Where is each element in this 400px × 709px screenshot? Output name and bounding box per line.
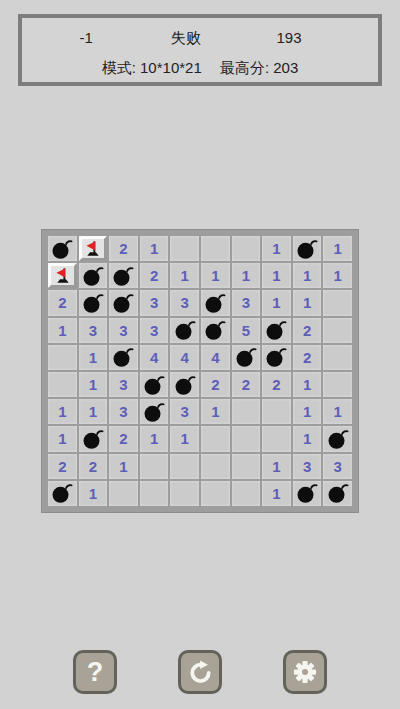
cell-r10c4[interactable] bbox=[140, 481, 169, 506]
cell-number: 4 bbox=[150, 350, 158, 365]
cell-r3c1[interactable]: 2 bbox=[48, 290, 77, 315]
cell-r7c6[interactable]: 1 bbox=[201, 399, 230, 424]
cell-r4c2[interactable]: 3 bbox=[79, 318, 108, 343]
cell-r6c4[interactable] bbox=[140, 372, 169, 397]
cell-number: 1 bbox=[334, 404, 342, 419]
cell-r4c6[interactable] bbox=[201, 318, 230, 343]
cell-r10c5[interactable] bbox=[170, 481, 199, 506]
cell-r7c1[interactable]: 1 bbox=[48, 399, 77, 424]
cell-r9c2[interactable]: 2 bbox=[79, 454, 108, 479]
cell-r7c4[interactable] bbox=[140, 399, 169, 424]
cell-r3c6[interactable] bbox=[201, 290, 230, 315]
cell-number: 1 bbox=[181, 431, 189, 446]
help-button[interactable]: ? bbox=[73, 650, 117, 694]
cell-r8c7[interactable] bbox=[232, 426, 261, 451]
cell-r5c7[interactable] bbox=[232, 345, 261, 370]
cell-number: 1 bbox=[89, 486, 97, 501]
cell-r10c7[interactable] bbox=[232, 481, 261, 506]
cell-number: 2 bbox=[272, 377, 280, 392]
cell-r3c5[interactable]: 3 bbox=[170, 290, 199, 315]
cell-r2c8[interactable]: 1 bbox=[262, 263, 291, 288]
mode-line: 模式: 10*10*21 最高分: 203 bbox=[22, 59, 378, 78]
flag-icon bbox=[53, 266, 72, 285]
cell-r3c3[interactable] bbox=[109, 290, 138, 315]
points-value: 193 bbox=[276, 29, 301, 46]
cell-r5c10[interactable] bbox=[323, 345, 352, 370]
restart-button[interactable] bbox=[178, 650, 222, 694]
cell-r1c9[interactable] bbox=[293, 236, 322, 261]
cell-r1c8[interactable]: 1 bbox=[262, 236, 291, 261]
cell-r2c5[interactable]: 1 bbox=[170, 263, 199, 288]
cell-number: 1 bbox=[58, 431, 66, 446]
cell-number: 1 bbox=[334, 241, 342, 256]
cell-r8c4[interactable]: 1 bbox=[140, 426, 169, 451]
cell-number: 2 bbox=[303, 323, 311, 338]
cell-r6c5[interactable] bbox=[170, 372, 199, 397]
cell-number: 1 bbox=[211, 404, 219, 419]
cell-r1c4[interactable]: 1 bbox=[140, 236, 169, 261]
cell-r8c6[interactable] bbox=[201, 426, 230, 451]
cell-r9c6[interactable] bbox=[201, 454, 230, 479]
cell-r2c2[interactable] bbox=[79, 263, 108, 288]
cell-r7c9[interactable]: 1 bbox=[293, 399, 322, 424]
bomb-icon bbox=[111, 264, 135, 288]
cell-number: 1 bbox=[242, 268, 250, 283]
board-grid: 2111211111123331113335214442132221113311… bbox=[42, 230, 358, 512]
cell-number: 1 bbox=[303, 431, 311, 446]
cell-r5c6[interactable]: 4 bbox=[201, 345, 230, 370]
cell-number: 1 bbox=[272, 295, 280, 310]
cell-number: 1 bbox=[272, 268, 280, 283]
cell-number: 1 bbox=[303, 268, 311, 283]
gear-icon bbox=[291, 658, 319, 686]
bomb-icon bbox=[50, 481, 74, 505]
cell-number: 2 bbox=[150, 268, 158, 283]
cell-r5c9[interactable]: 2 bbox=[293, 345, 322, 370]
cell-number: 2 bbox=[58, 459, 66, 474]
cell-r7c8[interactable] bbox=[262, 399, 291, 424]
cell-number: 5 bbox=[242, 323, 250, 338]
cell-r2c6[interactable]: 1 bbox=[201, 263, 230, 288]
bomb-icon bbox=[111, 291, 135, 315]
cell-r5c1[interactable] bbox=[48, 345, 77, 370]
cell-r5c5[interactable]: 4 bbox=[170, 345, 199, 370]
cell-r7c3[interactable]: 3 bbox=[109, 399, 138, 424]
cell-number: 1 bbox=[58, 323, 66, 338]
cell-r9c8[interactable]: 1 bbox=[262, 454, 291, 479]
bomb-icon bbox=[50, 237, 74, 261]
cell-number: 2 bbox=[303, 350, 311, 365]
cell-number: 3 bbox=[89, 323, 97, 338]
cell-r5c2[interactable]: 1 bbox=[79, 345, 108, 370]
cell-number: 2 bbox=[58, 295, 66, 310]
cell-number: 1 bbox=[89, 350, 97, 365]
cell-r2c10[interactable]: 1 bbox=[323, 263, 352, 288]
cell-r9c5[interactable] bbox=[170, 454, 199, 479]
score-value: -1 bbox=[79, 29, 92, 46]
cell-number: 2 bbox=[242, 377, 250, 392]
cell-r6c10[interactable] bbox=[323, 372, 352, 397]
cell-r4c8[interactable] bbox=[262, 318, 291, 343]
cell-r7c10[interactable]: 1 bbox=[323, 399, 352, 424]
question-icon: ? bbox=[87, 659, 104, 686]
cell-number: 1 bbox=[119, 459, 127, 474]
cell-number: 1 bbox=[272, 459, 280, 474]
cell-r9c7[interactable] bbox=[232, 454, 261, 479]
cell-r1c10[interactable]: 1 bbox=[323, 236, 352, 261]
cell-number: 3 bbox=[303, 459, 311, 474]
cell-number: 2 bbox=[89, 459, 97, 474]
settings-button[interactable] bbox=[283, 650, 327, 694]
cell-r8c1[interactable]: 1 bbox=[48, 426, 77, 451]
cell-r10c8[interactable]: 1 bbox=[262, 481, 291, 506]
cell-r2c4[interactable]: 2 bbox=[140, 263, 169, 288]
cell-r8c9[interactable]: 1 bbox=[293, 426, 322, 451]
bomb-icon bbox=[264, 345, 288, 369]
cell-r10c10[interactable] bbox=[323, 481, 352, 506]
cell-number: 4 bbox=[181, 350, 189, 365]
bomb-icon bbox=[81, 427, 105, 451]
bomb-icon bbox=[326, 481, 350, 505]
cell-r4c4[interactable]: 3 bbox=[140, 318, 169, 343]
cell-r1c5[interactable] bbox=[170, 236, 199, 261]
bomb-icon bbox=[81, 264, 105, 288]
cell-r8c8[interactable] bbox=[262, 426, 291, 451]
cell-r9c10[interactable]: 3 bbox=[323, 454, 352, 479]
cell-number: 2 bbox=[211, 377, 219, 392]
cell-r10c9[interactable] bbox=[293, 481, 322, 506]
cell-number: 1 bbox=[303, 377, 311, 392]
cell-number: 3 bbox=[119, 323, 127, 338]
cell-r9c4[interactable] bbox=[140, 454, 169, 479]
cell-r3c2[interactable] bbox=[79, 290, 108, 315]
cell-r1c1[interactable] bbox=[48, 236, 77, 261]
cell-r10c6[interactable] bbox=[201, 481, 230, 506]
cell-r4c7[interactable]: 5 bbox=[232, 318, 261, 343]
cell-number: 3 bbox=[181, 295, 189, 310]
cell-r8c5[interactable]: 1 bbox=[170, 426, 199, 451]
cell-number: 1 bbox=[303, 295, 311, 310]
bomb-icon bbox=[173, 318, 197, 342]
cell-r10c2[interactable]: 1 bbox=[79, 481, 108, 506]
cell-number: 3 bbox=[334, 459, 342, 474]
cell-r3c8[interactable]: 1 bbox=[262, 290, 291, 315]
cell-r2c3[interactable] bbox=[109, 263, 138, 288]
cell-r6c7[interactable]: 2 bbox=[232, 372, 261, 397]
cell-r9c1[interactable]: 2 bbox=[48, 454, 77, 479]
bomb-icon bbox=[234, 345, 258, 369]
cell-number: 3 bbox=[119, 377, 127, 392]
best-score-label: 最高分: 203 bbox=[220, 59, 298, 76]
cell-r4c3[interactable]: 3 bbox=[109, 318, 138, 343]
bomb-icon bbox=[173, 373, 197, 397]
cell-r6c3[interactable]: 3 bbox=[109, 372, 138, 397]
bomb-icon bbox=[203, 291, 227, 315]
cell-number: 2 bbox=[119, 241, 127, 256]
bomb-icon bbox=[142, 400, 166, 424]
cell-r7c2[interactable]: 1 bbox=[79, 399, 108, 424]
cell-number: 1 bbox=[211, 268, 219, 283]
cell-number: 1 bbox=[58, 404, 66, 419]
cell-number: 3 bbox=[119, 404, 127, 419]
cell-r8c2[interactable] bbox=[79, 426, 108, 451]
cell-r4c5[interactable] bbox=[170, 318, 199, 343]
mode-label: 模式: 10*10*21 bbox=[102, 59, 202, 76]
cell-r4c10[interactable] bbox=[323, 318, 352, 343]
cell-number: 3 bbox=[242, 295, 250, 310]
bomb-icon bbox=[295, 481, 319, 505]
cell-r4c1[interactable]: 1 bbox=[48, 318, 77, 343]
cell-r1c3[interactable]: 2 bbox=[109, 236, 138, 261]
cell-r2c7[interactable]: 1 bbox=[232, 263, 261, 288]
cell-r8c10[interactable] bbox=[323, 426, 352, 451]
cell-r7c7[interactable] bbox=[232, 399, 261, 424]
bomb-icon bbox=[326, 427, 350, 451]
cell-number: 1 bbox=[89, 404, 97, 419]
cell-r5c3[interactable] bbox=[109, 345, 138, 370]
score-panel: -1 失败 193 模式: 10*10*21 最高分: 203 bbox=[18, 14, 382, 86]
cell-r9c9[interactable]: 3 bbox=[293, 454, 322, 479]
cell-r10c1[interactable] bbox=[48, 481, 77, 506]
cell-r1c6[interactable] bbox=[201, 236, 230, 261]
cell-number: 1 bbox=[303, 404, 311, 419]
cell-r6c1[interactable] bbox=[48, 372, 77, 397]
cell-r3c4[interactable]: 3 bbox=[140, 290, 169, 315]
flag-icon bbox=[83, 239, 102, 258]
cell-r3c10[interactable] bbox=[323, 290, 352, 315]
cell-r5c4[interactable]: 4 bbox=[140, 345, 169, 370]
cell-r6c8[interactable]: 2 bbox=[262, 372, 291, 397]
cell-r3c7[interactable]: 3 bbox=[232, 290, 261, 315]
cell-number: 1 bbox=[272, 241, 280, 256]
cell-r1c7[interactable] bbox=[232, 236, 261, 261]
cell-number: 1 bbox=[150, 431, 158, 446]
cell-number: 1 bbox=[89, 377, 97, 392]
cell-number: 2 bbox=[119, 431, 127, 446]
bomb-icon bbox=[295, 237, 319, 261]
refresh-icon bbox=[187, 659, 214, 686]
cell-r7c5[interactable]: 3 bbox=[170, 399, 199, 424]
cell-number: 3 bbox=[181, 404, 189, 419]
cell-r9c3[interactable]: 1 bbox=[109, 454, 138, 479]
game-status: 失败 bbox=[171, 29, 201, 48]
bomb-icon bbox=[203, 318, 227, 342]
cell-number: 1 bbox=[272, 486, 280, 501]
cell-number: 3 bbox=[150, 323, 158, 338]
cell-number: 1 bbox=[334, 268, 342, 283]
bomb-icon bbox=[81, 291, 105, 315]
cell-r3c9[interactable]: 1 bbox=[293, 290, 322, 315]
cell-r5c8[interactable] bbox=[262, 345, 291, 370]
cell-r1c2[interactable] bbox=[79, 236, 108, 261]
cell-r6c9[interactable]: 1 bbox=[293, 372, 322, 397]
cell-number: 1 bbox=[181, 268, 189, 283]
cell-r2c1[interactable] bbox=[48, 263, 77, 288]
cell-number: 1 bbox=[150, 241, 158, 256]
cell-r10c3[interactable] bbox=[109, 481, 138, 506]
cell-number: 3 bbox=[150, 295, 158, 310]
bomb-icon bbox=[264, 318, 288, 342]
cell-r6c2[interactable]: 1 bbox=[79, 372, 108, 397]
cell-number: 4 bbox=[211, 350, 219, 365]
bomb-icon bbox=[111, 345, 135, 369]
cell-r8c3[interactable]: 2 bbox=[109, 426, 138, 451]
bomb-icon bbox=[142, 373, 166, 397]
cell-r2c9[interactable]: 1 bbox=[293, 263, 322, 288]
cell-r4c9[interactable]: 2 bbox=[293, 318, 322, 343]
cell-r6c6[interactable]: 2 bbox=[201, 372, 230, 397]
